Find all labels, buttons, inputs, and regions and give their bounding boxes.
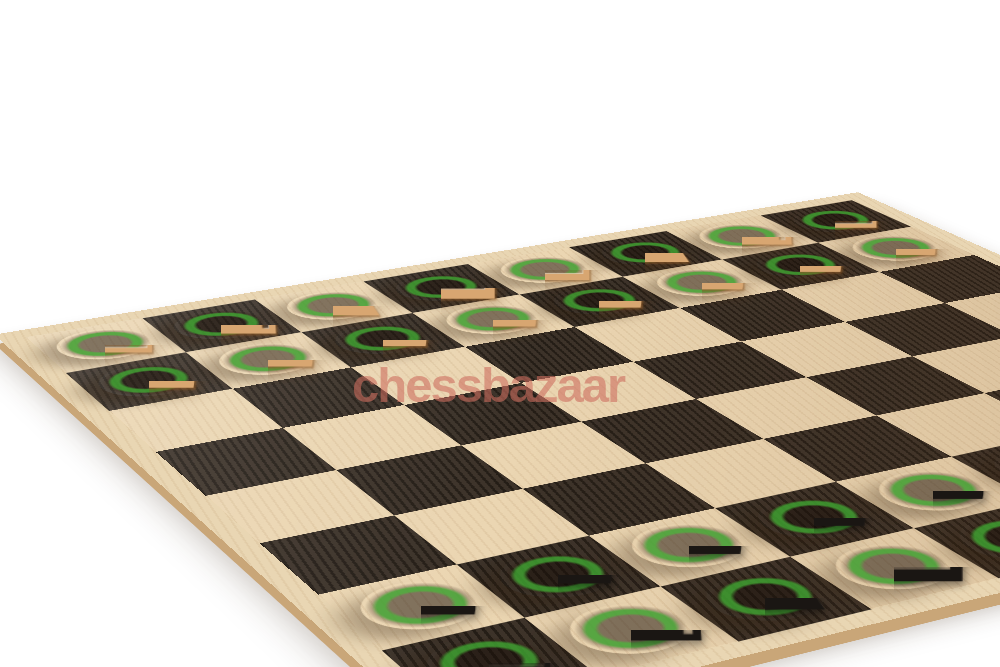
square-h8: ♜ xyxy=(382,618,599,667)
chess-board: ♜♞♝♚♛♝♞♜♟♟♟♟♟♟♟♟♟♟♟♟♟♟♟♟♜♞♝♚♛♝♞♜ xyxy=(0,192,1000,667)
board-squares: ♜♞♝♚♛♝♞♜♟♟♟♟♟♟♟♟♟♟♟♟♟♟♟♟♜♞♝♚♛♝♞♜ xyxy=(26,200,1000,667)
square-h2: ♟ xyxy=(66,352,233,411)
chess-set-photo: ♜♞♝♚♛♝♞♜♟♟♟♟♟♟♟♟♟♟♟♟♟♟♟♟♜♞♝♚♛♝♞♜ chessba… xyxy=(0,0,1000,667)
